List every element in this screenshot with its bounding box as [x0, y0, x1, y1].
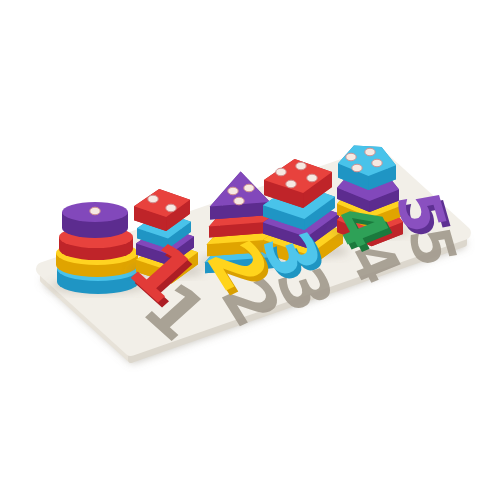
- product-photo-toy-stacker: 1 2 3 4 5 1 1 2 2 3 3 4 4 5 5: [0, 0, 500, 500]
- peg-hole: [234, 197, 244, 205]
- peg-hole: [296, 162, 306, 170]
- peg-hole: [307, 174, 317, 182]
- peg-hole: [148, 195, 158, 203]
- toy-illustration: 1 2 3 4 5 1 1 2 2 3 3 4 4 5 5: [0, 0, 500, 500]
- peg-hole: [286, 180, 296, 188]
- peg-hole: [346, 153, 356, 161]
- peg-hole: [244, 184, 254, 192]
- peg-hole: [228, 187, 238, 195]
- peg-hole: [352, 164, 362, 172]
- peg-hole: [90, 207, 100, 215]
- peg-hole: [166, 204, 176, 212]
- peg-hole: [372, 159, 382, 167]
- peg-hole: [365, 148, 375, 156]
- peg-hole: [276, 168, 286, 176]
